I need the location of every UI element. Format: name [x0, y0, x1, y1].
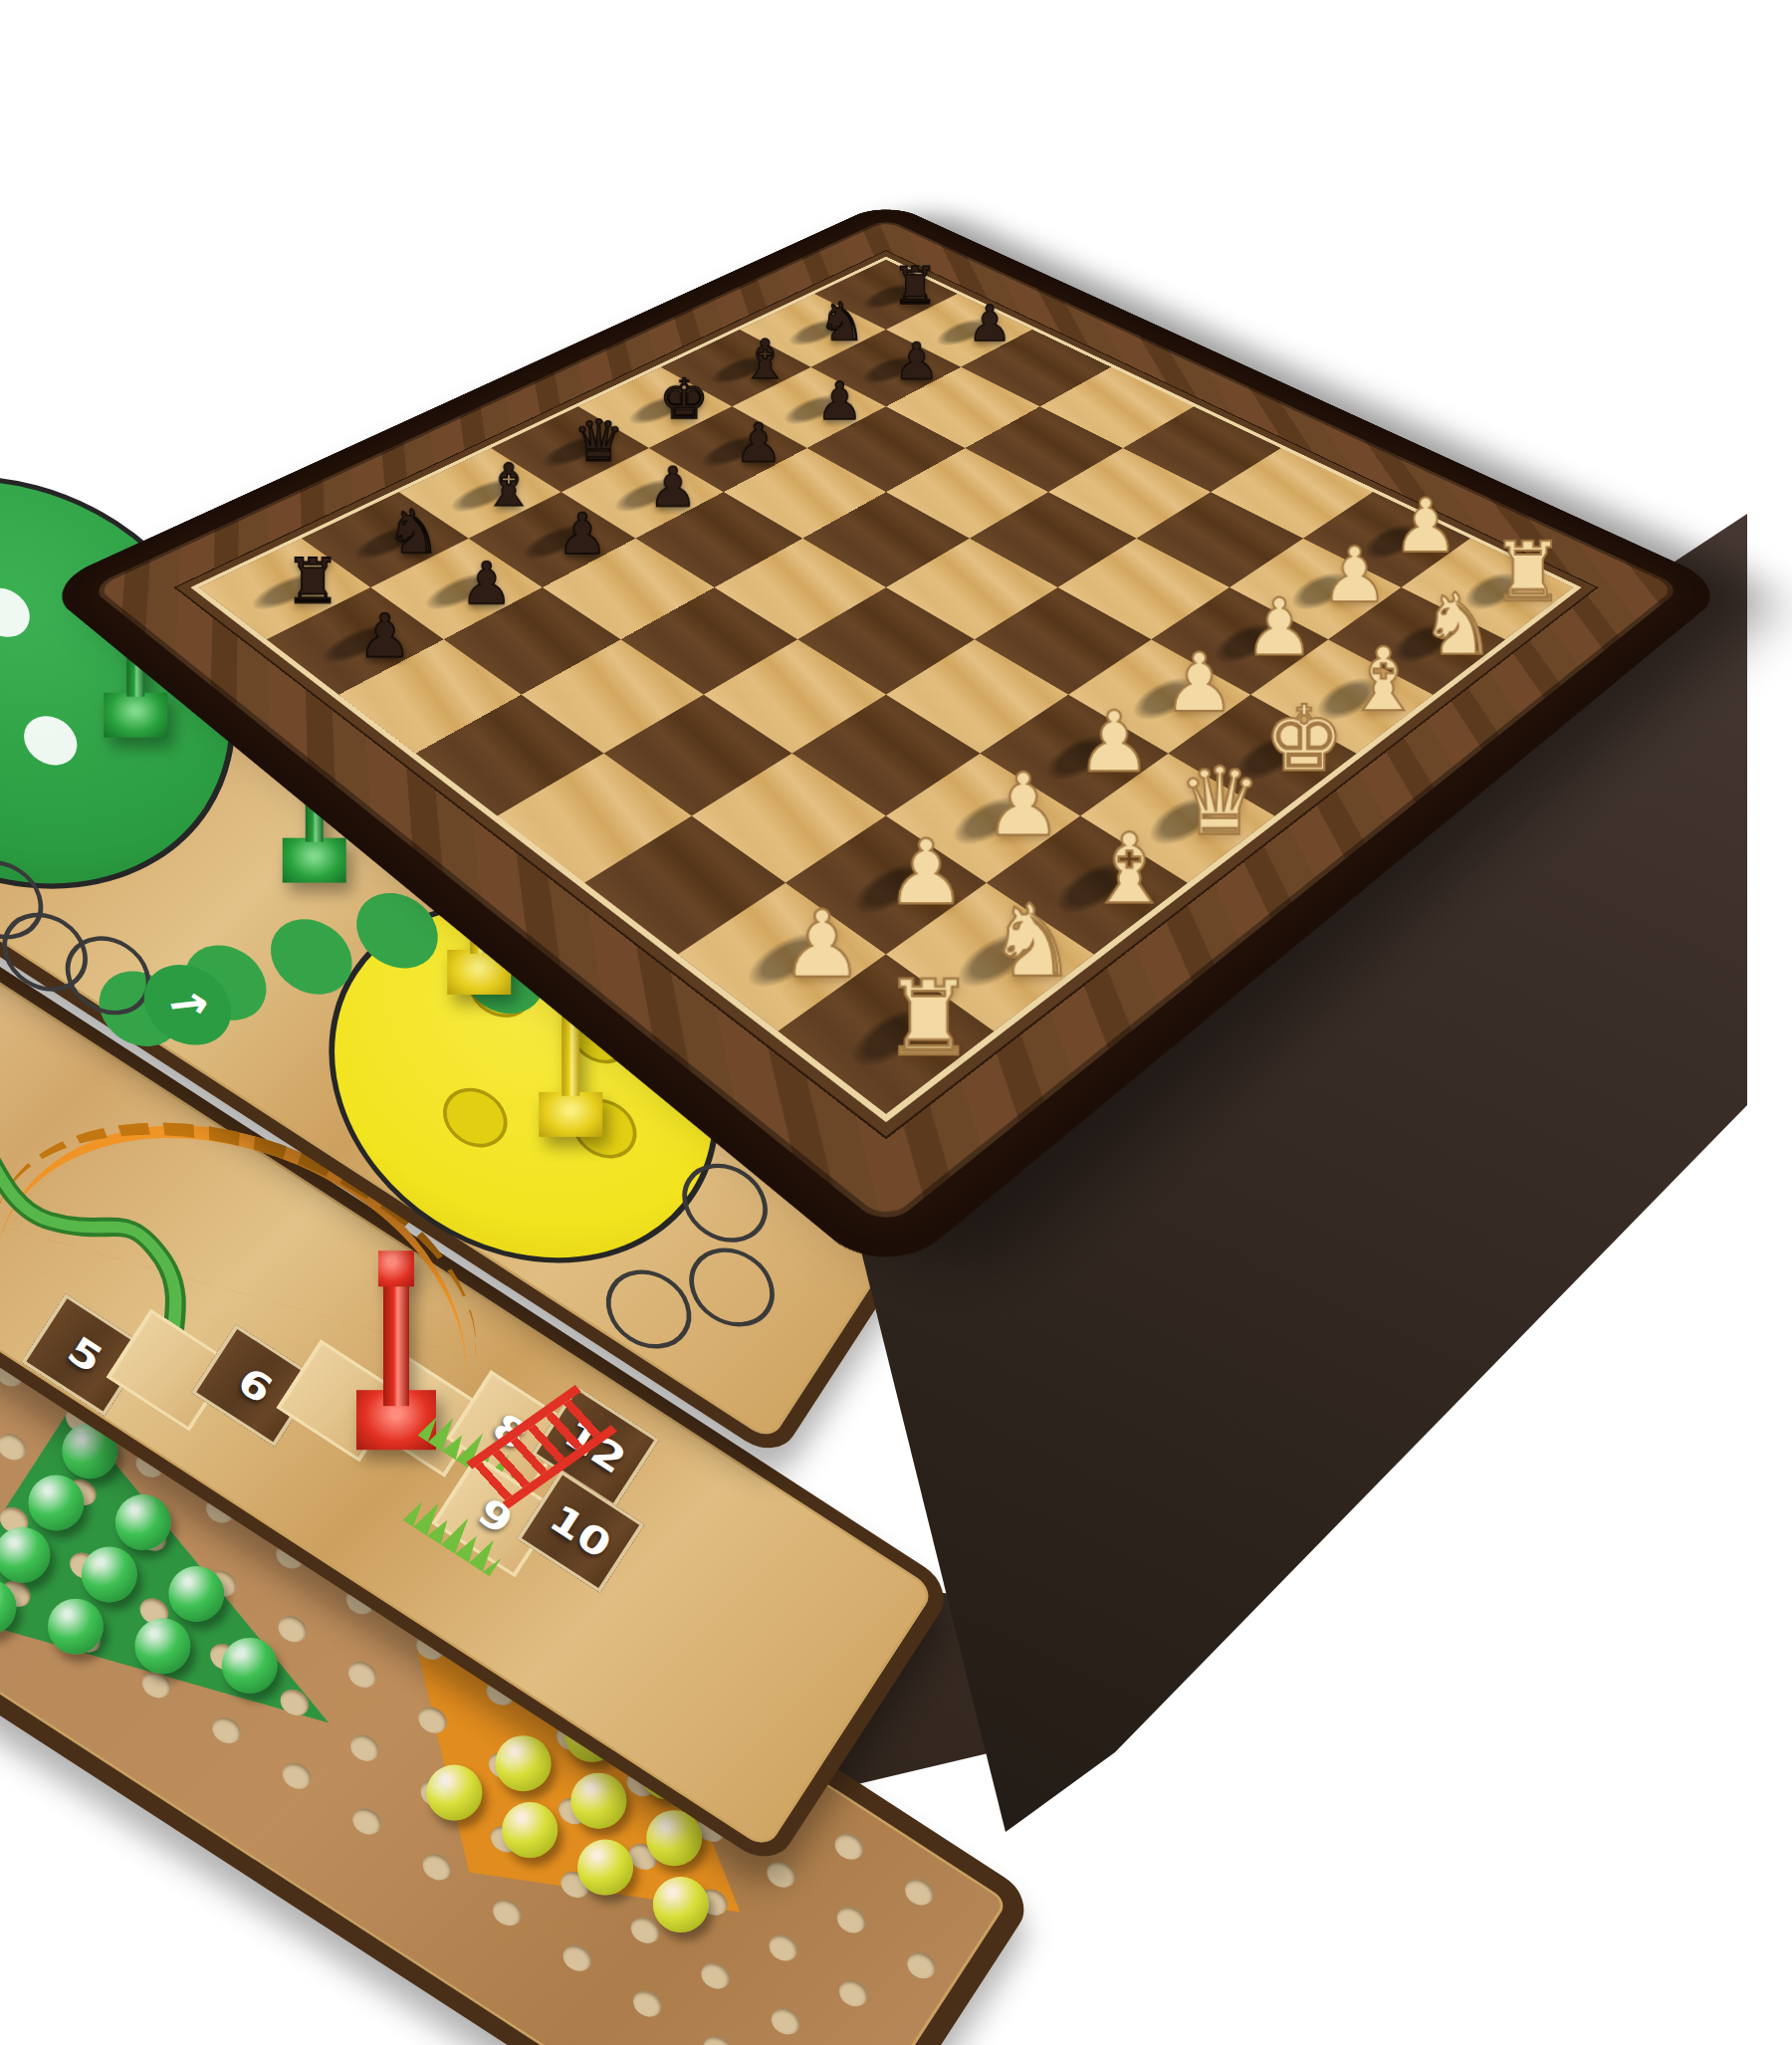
piece-shadow — [1305, 671, 1390, 727]
square-c7[interactable]: ♟ — [469, 492, 636, 587]
square-a5[interactable] — [415, 695, 603, 816]
green-marble[interactable] — [0, 1527, 50, 1583]
piece-shadow — [619, 389, 697, 429]
piece-white-pawn-c2[interactable]: ♟ — [954, 762, 1093, 848]
piece-shadow — [735, 924, 838, 997]
yellow-marble[interactable] — [502, 1802, 558, 1858]
square-e5[interactable] — [802, 492, 970, 587]
square-b2[interactable]: ♟ — [785, 816, 987, 955]
ludo-yellow-peg[interactable] — [447, 820, 511, 995]
piece-white-pawn-g2[interactable]: ♟ — [1293, 537, 1416, 613]
piece-shadow — [1224, 728, 1312, 788]
piece-shadow — [605, 473, 687, 518]
piece-black-pawn-d7[interactable]: ♟ — [615, 460, 732, 515]
yellow-marble[interactable] — [426, 1765, 482, 1821]
square-d8[interactable]: ♛ — [491, 406, 649, 492]
square-h4[interactable] — [1123, 406, 1281, 492]
square-d5[interactable] — [714, 539, 886, 639]
piece-black-rook-a8[interactable]: ♜ — [251, 551, 373, 613]
piece-shadow — [533, 430, 613, 472]
green-marble[interactable] — [134, 1618, 190, 1674]
square-a8[interactable]: ♜ — [199, 539, 371, 639]
square-b7[interactable]: ♟ — [370, 539, 543, 639]
piece-black-pawn-h7[interactable]: ♟ — [938, 299, 1042, 348]
square-g7[interactable]: ♟ — [811, 330, 962, 406]
piece-white-bishop-f1[interactable]: ♝ — [1318, 636, 1449, 724]
square-b8[interactable]: ♞ — [302, 492, 469, 587]
square-h8[interactable]: ♜ — [814, 260, 957, 330]
square-h6[interactable] — [961, 330, 1111, 406]
piece-white-pawn-e2[interactable]: ♟ — [1134, 642, 1264, 724]
ludo-track-circle — [591, 1254, 707, 1365]
piece-shadow — [1382, 617, 1463, 670]
piece-black-pawn-g7[interactable]: ♟ — [863, 336, 971, 386]
piece-shadow — [415, 567, 504, 616]
square-d6[interactable] — [636, 492, 803, 587]
square-e4[interactable] — [886, 539, 1058, 639]
ludo-yellow-peg[interactable] — [539, 963, 602, 1137]
square-h3[interactable] — [1211, 448, 1373, 539]
square-f5[interactable] — [886, 448, 1048, 539]
square-e7[interactable]: ♟ — [649, 406, 807, 492]
square-f4[interactable] — [970, 492, 1137, 587]
piece-black-bishop-f8[interactable]: ♝ — [711, 333, 818, 387]
multi-game-box-photo: 56812910 ↗ ♜♞♝♛♚♝♞♜♟♟♟♟♟♟♟♟♟♟♟♟♟♟♟♟♜♞♝♛♚… — [0, 0, 1792, 2045]
piece-shadow — [442, 473, 526, 518]
yellow-marble[interactable] — [577, 1840, 633, 1896]
square-d4[interactable] — [797, 587, 975, 695]
piece-white-knight-g1[interactable]: ♞ — [1395, 582, 1521, 667]
square-e3[interactable] — [975, 587, 1152, 695]
piece-shadow — [945, 924, 1045, 997]
piece-shadow — [1034, 728, 1125, 788]
square-b3[interactable] — [692, 754, 886, 883]
square-g6[interactable] — [886, 367, 1040, 448]
piece-shadow — [344, 519, 431, 566]
square-b6[interactable] — [444, 587, 621, 695]
square-a6[interactable] — [338, 639, 521, 753]
green-marble[interactable] — [82, 1546, 137, 1602]
piece-white-pawn-b2[interactable]: ♟ — [854, 827, 999, 917]
piece-shadow — [853, 351, 927, 389]
square-f8[interactable]: ♝ — [661, 330, 811, 406]
snl-number: 10 — [544, 1498, 617, 1565]
green-marble[interactable] — [0, 1579, 17, 1635]
piece-white-pawn-f2[interactable]: ♟ — [1216, 588, 1342, 667]
piece-shadow — [243, 567, 334, 616]
square-e8[interactable]: ♚ — [578, 367, 733, 448]
piece-black-knight-g8[interactable]: ♞ — [789, 296, 894, 348]
square-f6[interactable] — [807, 406, 966, 492]
square-b4[interactable] — [603, 695, 791, 816]
yellow-marble[interactable] — [496, 1735, 552, 1791]
piece-shadow — [775, 389, 851, 429]
piece-black-pawn-e7[interactable]: ♟ — [702, 416, 814, 470]
square-f2[interactable]: ♟ — [1152, 587, 1329, 695]
green-marble[interactable] — [115, 1494, 171, 1550]
square-d7[interactable]: ♟ — [561, 448, 724, 539]
piece-black-queen-d8[interactable]: ♛ — [543, 412, 655, 470]
piece-shadow — [781, 315, 853, 350]
square-a4[interactable] — [498, 754, 692, 883]
square-g8[interactable]: ♞ — [740, 294, 886, 367]
piece-black-pawn-f7[interactable]: ♟ — [784, 375, 894, 428]
ludo-track-circle — [674, 1232, 789, 1342]
square-d2[interactable]: ♟ — [981, 695, 1169, 816]
square-e6[interactable] — [724, 448, 886, 539]
square-g2[interactable]: ♟ — [1230, 539, 1402, 639]
piece-shadow — [1204, 617, 1287, 670]
square-c8[interactable]: ♝ — [399, 448, 561, 539]
piece-black-bishop-c8[interactable]: ♝ — [450, 456, 566, 515]
square-h7[interactable]: ♟ — [886, 294, 1032, 367]
ludo-green-peg[interactable] — [104, 564, 167, 738]
piece-white-king-e1[interactable]: ♚ — [1236, 694, 1371, 785]
piece-shadow — [702, 351, 777, 389]
piece-shadow — [1280, 567, 1360, 616]
square-e2[interactable]: ♟ — [1068, 639, 1250, 753]
square-g1[interactable]: ♞ — [1328, 587, 1505, 695]
square-f3[interactable] — [1058, 539, 1231, 639]
piece-black-rook-h8[interactable]: ♜ — [864, 260, 966, 312]
piece-black-pawn-c7[interactable]: ♟ — [523, 506, 642, 563]
green-marble[interactable] — [168, 1566, 224, 1622]
piece-shadow — [1137, 790, 1230, 853]
arrow-up-icon: ↗ — [156, 973, 219, 1037]
square-a2[interactable]: ♟ — [678, 883, 886, 1031]
snl-number: 6 — [232, 1361, 279, 1410]
square-g3[interactable] — [1136, 492, 1303, 587]
square-b5[interactable] — [522, 639, 704, 753]
green-marble[interactable] — [28, 1475, 84, 1530]
piece-shadow — [1353, 519, 1430, 566]
piece-shadow — [841, 854, 940, 922]
square-c6[interactable] — [543, 539, 715, 639]
piece-black-pawn-b7[interactable]: ♟ — [425, 555, 548, 613]
piece-white-rook-h1[interactable]: ♜ — [1466, 532, 1589, 614]
square-a3[interactable] — [584, 816, 785, 955]
square-h5[interactable] — [1040, 367, 1195, 448]
piece-white-pawn-a2[interactable]: ♟ — [747, 898, 896, 991]
square-c2[interactable]: ♟ — [886, 754, 1080, 883]
snl-red-pawn[interactable] — [356, 1250, 436, 1450]
piece-black-king-e8[interactable]: ♚ — [629, 371, 739, 427]
square-d3[interactable] — [886, 639, 1068, 753]
square-g5[interactable] — [965, 406, 1123, 492]
yellow-marble[interactable] — [570, 1773, 626, 1829]
square-h2[interactable]: ♟ — [1303, 492, 1470, 587]
yellow-marble[interactable] — [653, 1877, 709, 1932]
square-f1[interactable]: ♝ — [1250, 639, 1433, 753]
ludo-green-peg[interactable] — [283, 709, 346, 883]
snl-number: 5 — [62, 1330, 109, 1379]
piece-shadow — [1454, 567, 1532, 616]
square-c5[interactable] — [620, 587, 797, 695]
piece-black-pawn-a7[interactable]: ♟ — [322, 605, 448, 665]
piece-white-pawn-h2[interactable]: ♟ — [1366, 489, 1485, 564]
piece-shadow — [927, 315, 998, 350]
piece-shadow — [513, 519, 598, 566]
square-a7[interactable]: ♟ — [267, 587, 444, 695]
piece-white-pawn-d2[interactable]: ♟ — [1046, 700, 1181, 784]
piece-shadow — [1044, 854, 1141, 922]
square-g4[interactable] — [1048, 448, 1211, 539]
green-marble[interactable] — [48, 1599, 104, 1655]
square-f7[interactable]: ♟ — [732, 367, 886, 448]
piece-shadow — [313, 617, 405, 670]
piece-shadow — [1121, 671, 1208, 727]
green-marble[interactable] — [222, 1638, 278, 1694]
piece-black-knight-b8[interactable]: ♞ — [353, 502, 473, 563]
square-c4[interactable] — [704, 639, 886, 753]
piece-shadow — [941, 790, 1035, 853]
piece-shadow — [854, 280, 924, 314]
square-c3[interactable] — [791, 695, 980, 816]
piece-shadow — [692, 430, 771, 472]
square-h1[interactable]: ♜ — [1402, 539, 1574, 639]
